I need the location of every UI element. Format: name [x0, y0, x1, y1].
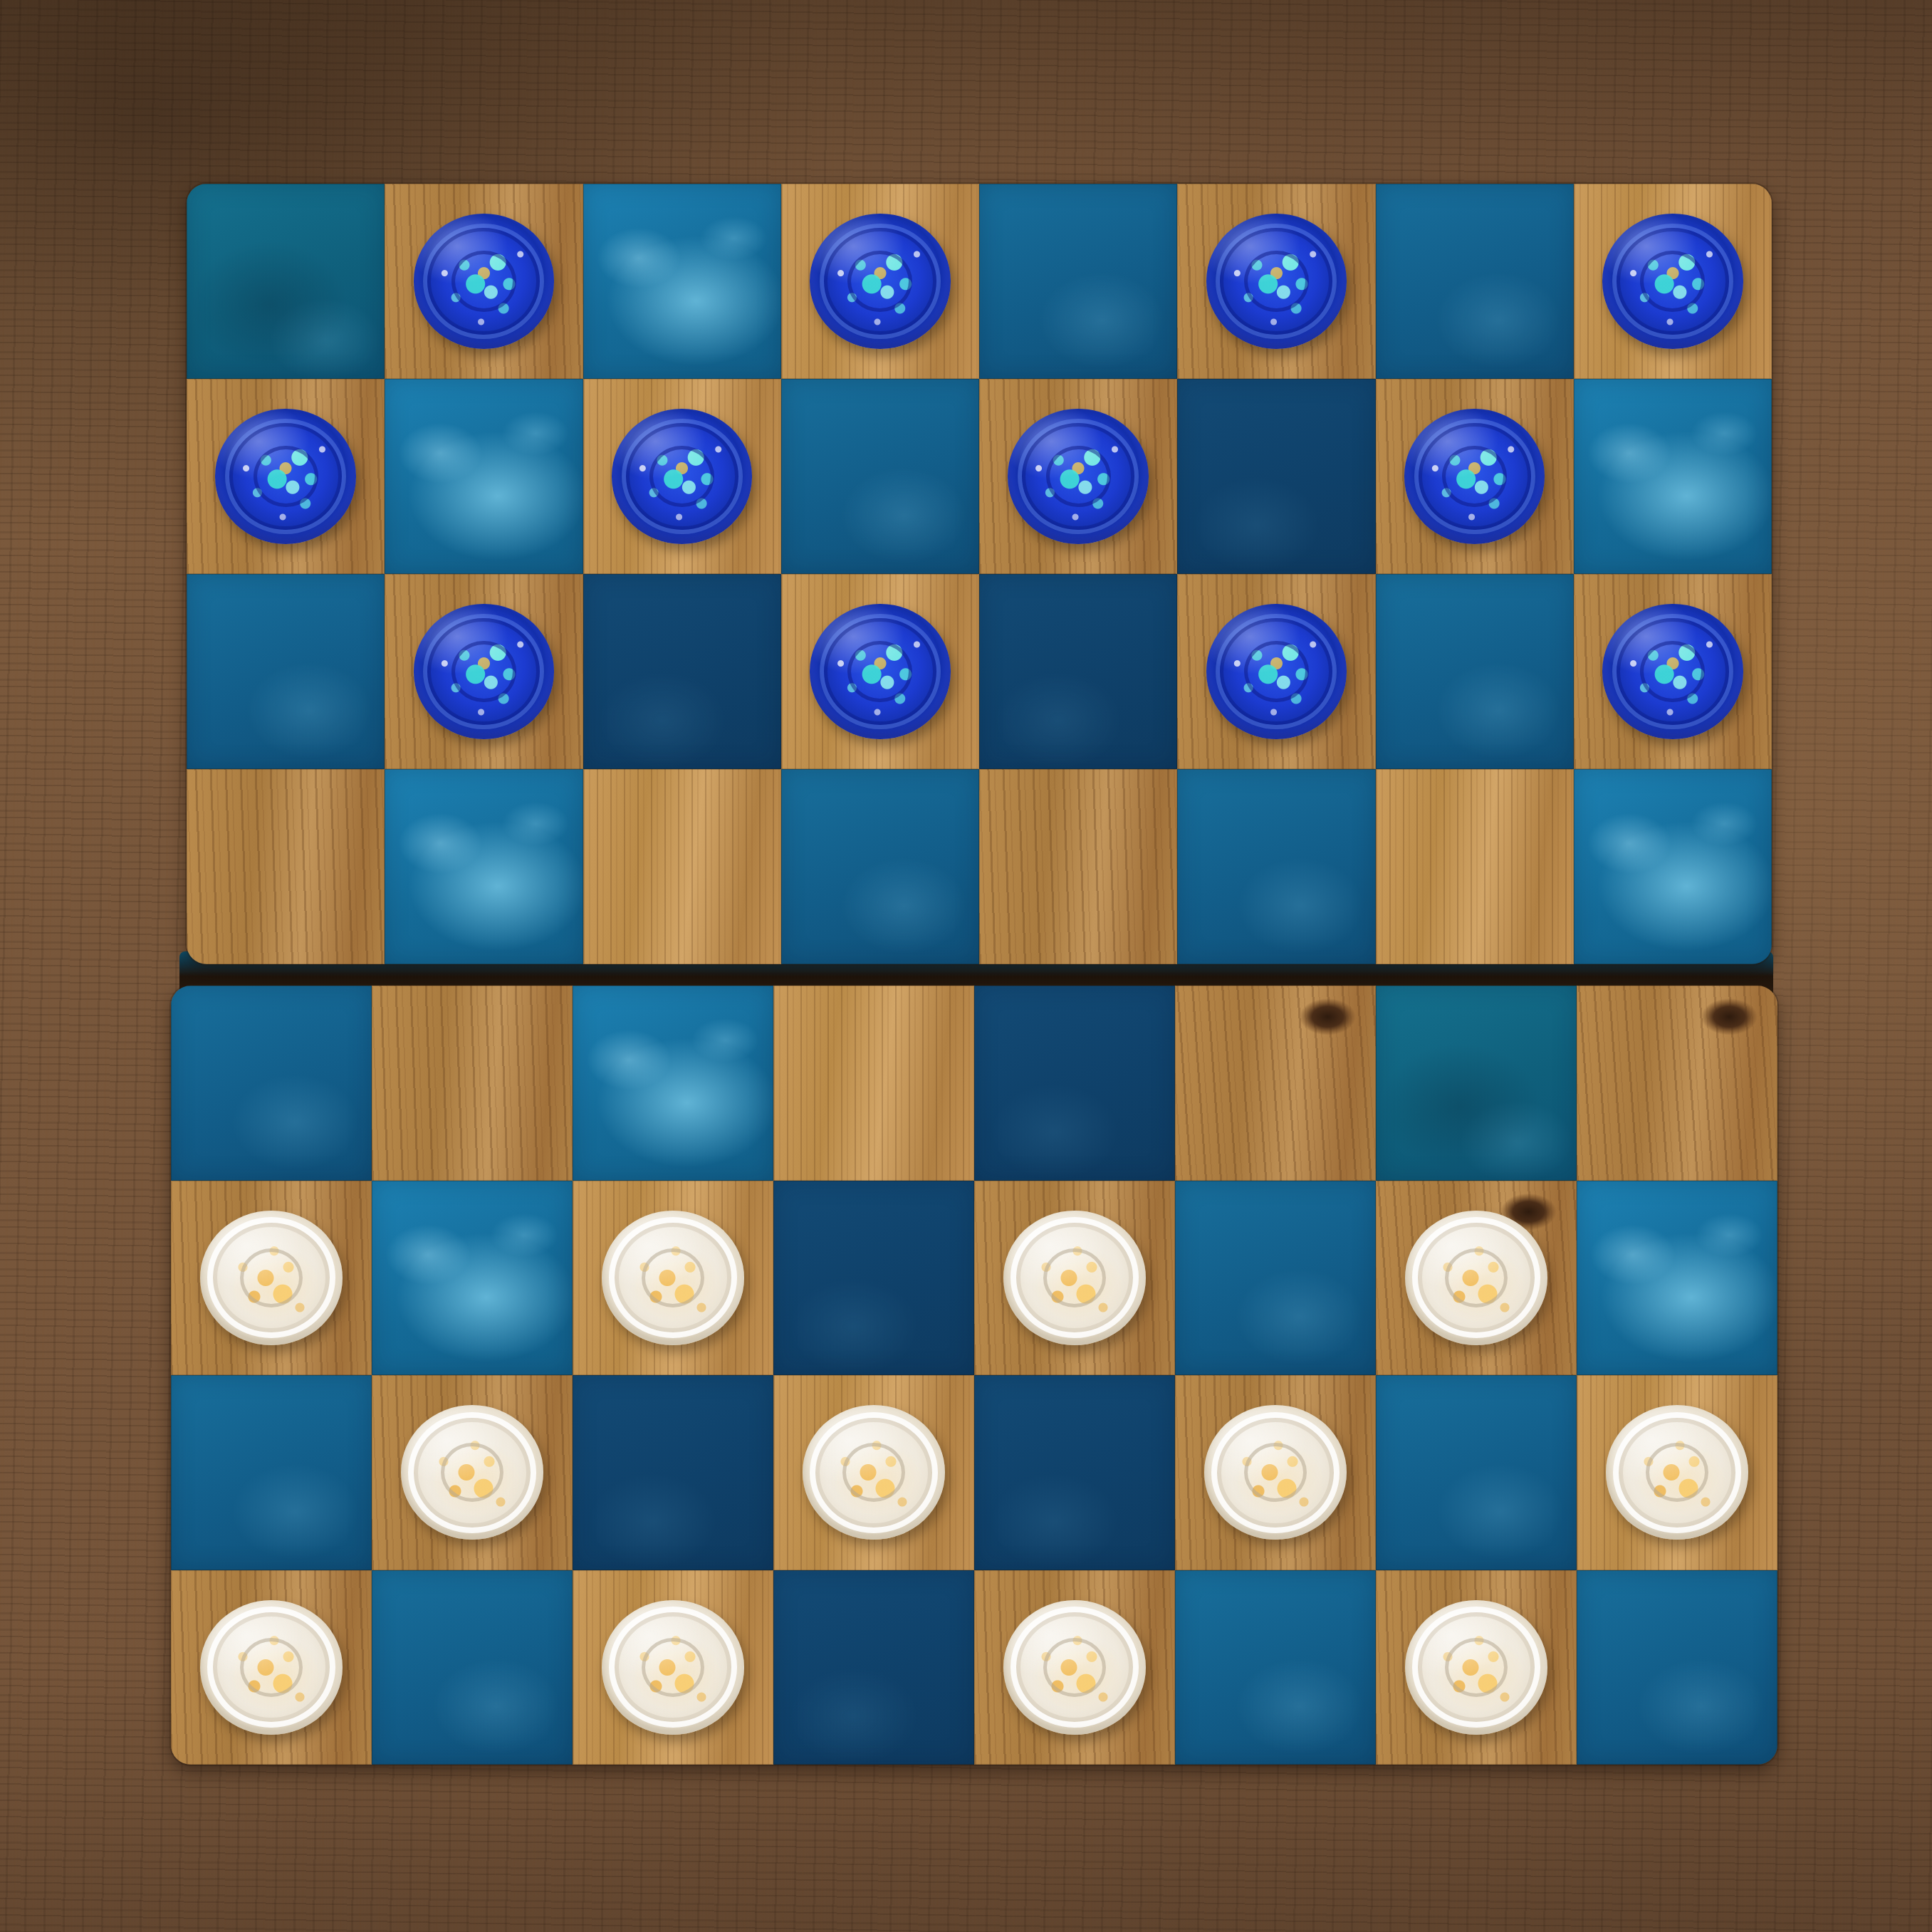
square-d4[interactable] [773, 986, 974, 1181]
square-g7[interactable] [1376, 379, 1574, 574]
square-d2[interactable] [773, 1375, 974, 1570]
square-a7[interactable] [187, 379, 385, 574]
square-c8[interactable] [583, 184, 781, 379]
checker-piece-blue-f8[interactable] [1206, 214, 1347, 348]
square-h4[interactable] [1577, 986, 1777, 1181]
square-f1[interactable] [1175, 1570, 1376, 1765]
square-c4[interactable] [573, 986, 773, 1181]
board-top-half [187, 184, 1772, 964]
square-e1[interactable] [974, 1570, 1175, 1765]
square-g1[interactable] [1376, 1570, 1577, 1765]
square-f8[interactable] [1177, 184, 1375, 379]
square-f2[interactable] [1175, 1375, 1376, 1570]
square-c6[interactable] [583, 574, 781, 769]
checker-piece-blue-b6[interactable] [414, 604, 555, 738]
square-g2[interactable] [1376, 1375, 1577, 1570]
checker-piece-blue-f6[interactable] [1206, 604, 1347, 738]
square-d6[interactable] [781, 574, 979, 769]
square-c7[interactable] [583, 379, 781, 574]
square-f4[interactable] [1175, 986, 1376, 1181]
square-b6[interactable] [385, 574, 583, 769]
square-h1[interactable] [1577, 1570, 1777, 1765]
square-d5[interactable] [781, 769, 979, 964]
square-e4[interactable] [974, 986, 1175, 1181]
square-h8[interactable] [1574, 184, 1772, 379]
square-c1[interactable] [573, 1570, 773, 1765]
checker-piece-white-g3[interactable] [1405, 1211, 1547, 1345]
square-a5[interactable] [187, 769, 385, 964]
checker-piece-blue-d6[interactable] [810, 604, 951, 738]
square-a6[interactable] [187, 574, 385, 769]
checker-piece-blue-a7[interactable] [215, 409, 356, 543]
square-f3[interactable] [1175, 1181, 1376, 1376]
square-d3[interactable] [773, 1181, 974, 1376]
square-h7[interactable] [1574, 379, 1772, 574]
checker-piece-blue-d8[interactable] [810, 214, 951, 348]
square-b4[interactable] [372, 986, 573, 1181]
checker-piece-white-d2[interactable] [803, 1405, 945, 1540]
square-h3[interactable] [1577, 1181, 1777, 1376]
square-h2[interactable] [1577, 1375, 1777, 1570]
checker-piece-blue-e7[interactable] [1008, 409, 1149, 543]
square-g6[interactable] [1376, 574, 1574, 769]
square-d1[interactable] [773, 1570, 974, 1765]
checker-piece-white-b2[interactable] [401, 1405, 543, 1540]
square-d7[interactable] [781, 379, 979, 574]
checker-piece-blue-b8[interactable] [414, 214, 555, 348]
square-e2[interactable] [974, 1375, 1175, 1570]
square-d8[interactable] [781, 184, 979, 379]
square-g5[interactable] [1376, 769, 1574, 964]
square-b1[interactable] [372, 1570, 573, 1765]
square-b3[interactable] [372, 1181, 573, 1376]
checker-piece-white-a3[interactable] [200, 1211, 343, 1345]
square-e8[interactable] [979, 184, 1177, 379]
square-a3[interactable] [171, 1181, 372, 1376]
square-g4[interactable] [1376, 986, 1577, 1181]
board-bottom-half [171, 986, 1777, 1765]
square-b2[interactable] [372, 1375, 573, 1570]
square-a8[interactable] [187, 184, 385, 379]
checker-piece-white-e3[interactable] [1003, 1211, 1146, 1345]
checker-piece-blue-g7[interactable] [1404, 409, 1545, 543]
checker-piece-white-f2[interactable] [1204, 1405, 1347, 1540]
table-surface [0, 0, 1932, 1932]
square-h6[interactable] [1574, 574, 1772, 769]
square-e5[interactable] [979, 769, 1177, 964]
checker-piece-blue-h6[interactable] [1602, 604, 1743, 738]
square-b5[interactable] [385, 769, 583, 964]
square-c2[interactable] [573, 1375, 773, 1570]
square-a2[interactable] [171, 1375, 372, 1570]
checker-piece-blue-h8[interactable] [1602, 214, 1743, 348]
square-f6[interactable] [1177, 574, 1375, 769]
square-e6[interactable] [979, 574, 1177, 769]
square-f7[interactable] [1177, 379, 1375, 574]
square-f5[interactable] [1177, 769, 1375, 964]
square-b8[interactable] [385, 184, 583, 379]
checker-piece-white-g1[interactable] [1405, 1600, 1547, 1735]
square-g8[interactable] [1376, 184, 1574, 379]
checker-piece-white-e1[interactable] [1003, 1600, 1146, 1735]
square-c3[interactable] [573, 1181, 773, 1376]
square-g3[interactable] [1376, 1181, 1577, 1376]
square-h5[interactable] [1574, 769, 1772, 964]
square-e7[interactable] [979, 379, 1177, 574]
square-c5[interactable] [583, 769, 781, 964]
checker-piece-white-h2[interactable] [1606, 1405, 1748, 1540]
square-b7[interactable] [385, 379, 583, 574]
checker-piece-white-c1[interactable] [602, 1600, 744, 1735]
square-a4[interactable] [171, 986, 372, 1181]
checker-piece-white-a1[interactable] [200, 1600, 343, 1735]
checker-piece-blue-c7[interactable] [612, 409, 753, 543]
square-a1[interactable] [171, 1570, 372, 1765]
square-e3[interactable] [974, 1181, 1175, 1376]
checker-piece-white-c3[interactable] [602, 1211, 744, 1345]
